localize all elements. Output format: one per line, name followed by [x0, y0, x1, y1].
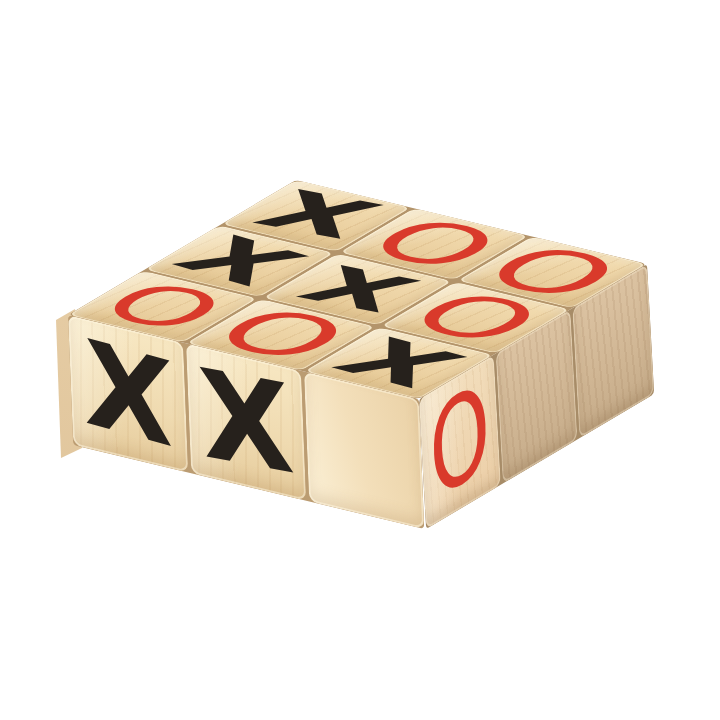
photo-canvas: X X O X O — [0, 0, 720, 720]
tic-tac-toe-board: X X O X O — [0, 0, 720, 720]
x-mark: X — [83, 323, 172, 464]
x-mark: X — [195, 352, 297, 492]
